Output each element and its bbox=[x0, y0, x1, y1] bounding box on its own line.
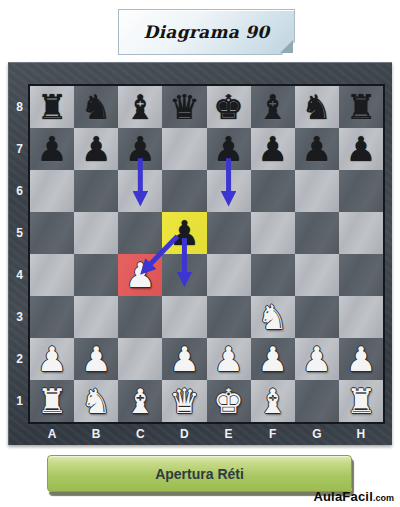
black-queen-d8: ♛ bbox=[169, 90, 199, 124]
rank-label-5: 5 bbox=[9, 212, 30, 254]
square-d1: ♛ bbox=[162, 380, 206, 422]
square-d4 bbox=[162, 254, 206, 296]
chess-board-frame: 87654321 ABCDEFGH ♜♞♝♛♚♝♞♜♟♟♟♟♟♟♟♟♟♞♟♟♟♟… bbox=[8, 62, 392, 445]
black-rook-h8: ♜ bbox=[346, 90, 376, 124]
square-e7: ♟ bbox=[207, 128, 251, 170]
square-f2: ♟ bbox=[251, 338, 295, 380]
white-pawn-g2: ♟ bbox=[302, 342, 332, 376]
black-pawn-c7: ♟ bbox=[125, 132, 155, 166]
brand-domain-suffix: .com bbox=[373, 493, 394, 503]
white-pawn-c4: ♟ bbox=[125, 258, 155, 292]
square-e3 bbox=[207, 296, 251, 338]
white-pawn-a2: ♟ bbox=[37, 342, 67, 376]
square-e1: ♚ bbox=[207, 380, 251, 422]
white-rook-h1: ♜ bbox=[346, 384, 376, 418]
board-squares: ♜♞♝♛♚♝♞♜♟♟♟♟♟♟♟♟♟♞♟♟♟♟♟♟♟♜♞♝♛♚♝♜ bbox=[30, 86, 383, 422]
rank-label-8: 8 bbox=[9, 86, 30, 128]
square-a8: ♜ bbox=[30, 86, 74, 128]
rank-label-4: 4 bbox=[9, 254, 30, 296]
square-b7: ♟ bbox=[74, 128, 118, 170]
square-b6 bbox=[74, 170, 118, 212]
square-e5 bbox=[207, 212, 251, 254]
square-c2 bbox=[118, 338, 162, 380]
white-pawn-f2: ♟ bbox=[257, 342, 287, 376]
square-a6 bbox=[30, 170, 74, 212]
square-h1: ♜ bbox=[339, 380, 383, 422]
square-b1: ♞ bbox=[74, 380, 118, 422]
white-queen-d1: ♛ bbox=[169, 384, 199, 418]
file-labels: ABCDEFGH bbox=[30, 422, 383, 446]
square-a4 bbox=[30, 254, 74, 296]
square-f8: ♝ bbox=[251, 86, 295, 128]
black-bishop-c8: ♝ bbox=[125, 90, 155, 124]
square-c3 bbox=[118, 296, 162, 338]
square-a3 bbox=[30, 296, 74, 338]
black-rook-a8: ♜ bbox=[37, 90, 67, 124]
white-king-e1: ♚ bbox=[213, 384, 243, 418]
brand-name: AulaFacil bbox=[313, 489, 373, 504]
square-c4: ♟ bbox=[118, 254, 162, 296]
square-g3 bbox=[295, 296, 339, 338]
black-pawn-b7: ♟ bbox=[81, 132, 111, 166]
square-e6 bbox=[207, 170, 251, 212]
file-label-g: G bbox=[295, 422, 339, 446]
black-king-e8: ♚ bbox=[213, 90, 243, 124]
rank-labels: 87654321 bbox=[9, 86, 30, 422]
black-knight-g8: ♞ bbox=[302, 90, 332, 124]
square-e2: ♟ bbox=[207, 338, 251, 380]
square-d6 bbox=[162, 170, 206, 212]
square-a2: ♟ bbox=[30, 338, 74, 380]
square-e4 bbox=[207, 254, 251, 296]
square-h7: ♟ bbox=[339, 128, 383, 170]
square-d5: ♟ bbox=[162, 212, 206, 254]
square-b3 bbox=[74, 296, 118, 338]
square-d8: ♛ bbox=[162, 86, 206, 128]
square-f3: ♞ bbox=[251, 296, 295, 338]
diagram-title-card: Diagrama 90 bbox=[118, 9, 295, 55]
square-b8: ♞ bbox=[74, 86, 118, 128]
square-h6 bbox=[339, 170, 383, 212]
square-c6 bbox=[118, 170, 162, 212]
white-pawn-e2: ♟ bbox=[213, 342, 243, 376]
black-pawn-g7: ♟ bbox=[302, 132, 332, 166]
square-c5 bbox=[118, 212, 162, 254]
square-g6 bbox=[295, 170, 339, 212]
black-pawn-d5: ♟ bbox=[169, 216, 199, 250]
square-f1: ♝ bbox=[251, 380, 295, 422]
square-d7 bbox=[162, 128, 206, 170]
square-d2: ♟ bbox=[162, 338, 206, 380]
square-f5 bbox=[251, 212, 295, 254]
square-h3 bbox=[339, 296, 383, 338]
rank-label-2: 2 bbox=[9, 338, 30, 380]
square-f4 bbox=[251, 254, 295, 296]
square-h5 bbox=[339, 212, 383, 254]
white-rook-a1: ♜ bbox=[37, 384, 67, 418]
rank-label-6: 6 bbox=[9, 170, 30, 212]
square-d3 bbox=[162, 296, 206, 338]
square-h4 bbox=[339, 254, 383, 296]
square-h8: ♜ bbox=[339, 86, 383, 128]
square-a1: ♜ bbox=[30, 380, 74, 422]
square-g1 bbox=[295, 380, 339, 422]
page: Diagrama 90 87654321 ABCDEFGH ♜♞♝♛♚♝♞♜♟♟… bbox=[0, 0, 400, 507]
square-b4 bbox=[74, 254, 118, 296]
square-a7: ♟ bbox=[30, 128, 74, 170]
square-e8: ♚ bbox=[207, 86, 251, 128]
opening-caption: Apertura Réti bbox=[47, 455, 352, 492]
black-pawn-e7: ♟ bbox=[213, 132, 243, 166]
square-g2: ♟ bbox=[295, 338, 339, 380]
square-b5 bbox=[74, 212, 118, 254]
file-label-a: A bbox=[30, 422, 74, 446]
white-pawn-h2: ♟ bbox=[346, 342, 376, 376]
rank-label-1: 1 bbox=[9, 380, 30, 422]
file-label-f: F bbox=[251, 422, 295, 446]
brand-logo: AulaFacil.com bbox=[313, 487, 394, 505]
square-h2: ♟ bbox=[339, 338, 383, 380]
square-g7: ♟ bbox=[295, 128, 339, 170]
white-bishop-f1: ♝ bbox=[257, 384, 287, 418]
square-b2: ♟ bbox=[74, 338, 118, 380]
square-g5 bbox=[295, 212, 339, 254]
folded-corner-icon bbox=[280, 40, 293, 53]
square-g4 bbox=[295, 254, 339, 296]
black-bishop-f8: ♝ bbox=[257, 90, 287, 124]
file-label-d: D bbox=[162, 422, 206, 446]
diagram-title: Diagrama 90 bbox=[144, 22, 270, 42]
square-c1: ♝ bbox=[118, 380, 162, 422]
file-label-c: C bbox=[118, 422, 162, 446]
black-pawn-h7: ♟ bbox=[346, 132, 376, 166]
white-knight-b1: ♞ bbox=[81, 384, 111, 418]
opening-name: Apertura Réti bbox=[155, 466, 244, 482]
square-f7: ♟ bbox=[251, 128, 295, 170]
file-label-e: E bbox=[207, 422, 251, 446]
rank-label-3: 3 bbox=[9, 296, 30, 338]
white-bishop-c1: ♝ bbox=[125, 384, 155, 418]
white-pawn-b2: ♟ bbox=[81, 342, 111, 376]
square-c8: ♝ bbox=[118, 86, 162, 128]
square-g8: ♞ bbox=[295, 86, 339, 128]
black-pawn-a7: ♟ bbox=[37, 132, 67, 166]
black-pawn-f7: ♟ bbox=[257, 132, 287, 166]
white-knight-f3: ♞ bbox=[257, 300, 287, 334]
file-label-h: H bbox=[339, 422, 383, 446]
rank-label-7: 7 bbox=[9, 128, 30, 170]
square-c7: ♟ bbox=[118, 128, 162, 170]
square-f6 bbox=[251, 170, 295, 212]
white-pawn-d2: ♟ bbox=[169, 342, 199, 376]
file-label-b: B bbox=[74, 422, 118, 446]
black-knight-b8: ♞ bbox=[81, 90, 111, 124]
square-a5 bbox=[30, 212, 74, 254]
